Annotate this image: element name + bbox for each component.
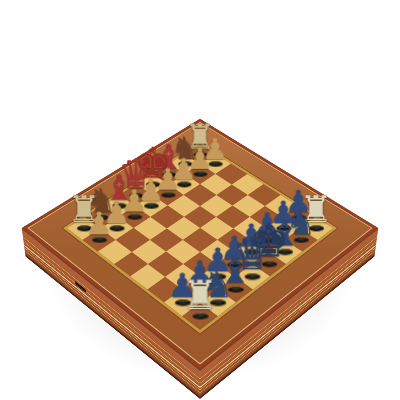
piece-base	[91, 237, 106, 243]
piece-base	[192, 313, 208, 320]
pirate-pawn-icon: ♟	[85, 209, 113, 239]
square-a1[interactable]: ♜	[182, 302, 218, 329]
chess-box: ♜♟♟♜♞♟♟♞♝♟♟♝♚♟♟♚♛♟♟♛♝♟♟♝♞♟♟♞♜♟♟♜	[22, 119, 378, 370]
drawer-slot[interactable]	[75, 281, 86, 293]
navy-rook-icon: ♜	[182, 276, 218, 314]
product-photo-scene: ♜♟♟♜♞♟♟♞♝♟♟♝♚♟♟♚♛♟♟♛♝♟♟♝♞♟♟♞♜♟♟♜	[0, 0, 400, 400]
